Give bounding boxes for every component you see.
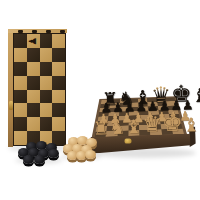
light-checkers-group: [59, 134, 99, 158]
white-bishop: ♝: [182, 115, 200, 135]
folded-board-square: [52, 103, 65, 117]
white-bishop: ♝: [125, 117, 143, 137]
white-knight: ♞: [199, 115, 200, 134]
folded-board-checker-face: ♟: [13, 33, 66, 146]
black-checkers-group: [15, 139, 61, 163]
folded-board-square: [40, 103, 53, 117]
piece-row-rank-1: ♜♞♝♛♚♝♞♜: [93, 111, 189, 137]
folded-board-square: [40, 34, 53, 48]
white-king: ♚: [162, 112, 183, 136]
folded-board-square: [40, 90, 53, 104]
folded-board-square: [27, 76, 40, 90]
folded-board-square: [14, 90, 27, 104]
folded-chess-board: ♟: [8, 29, 67, 148]
brass-latch-icon: [124, 138, 131, 143]
folded-board-square: [40, 48, 53, 62]
folded-board-square: [52, 48, 65, 62]
folded-board-square: [52, 90, 65, 104]
folded-board-square: [14, 48, 27, 62]
folded-board-square: [52, 34, 65, 48]
pawn-emblem-icon: ♟: [28, 36, 38, 45]
folded-board-square: [52, 62, 65, 76]
folded-board-square: [40, 62, 53, 76]
folded-board-square: [14, 34, 27, 48]
folded-board-square: [14, 103, 27, 117]
folded-board-square: [27, 90, 40, 104]
folded-board-square: [40, 76, 53, 90]
folded-board-square: [14, 117, 27, 131]
folded-board-square: [27, 62, 40, 76]
black-checker-disc: [34, 155, 45, 164]
chess-box-group: ♜♞♝♛♚♝♞♜♟♟♟♟♟♟♟♟♟♟♟♟♟♟♟♟♜♞♝♛♚♝♞♜: [86, 76, 200, 160]
white-queen: ♛: [142, 113, 162, 136]
folded-board-square: [27, 117, 40, 131]
light-checker-disc: [85, 150, 96, 159]
folded-board-square: ♟: [27, 34, 40, 48]
product-photo-chess-set: ♟ ♜♞♝♛♚♝♞♜♟♟♟♟♟♟♟♟♟♟♟♟♟♟♟♟♜♞♝♛♚♝♞♜: [0, 0, 200, 200]
folded-board-square: [27, 48, 40, 62]
white-knight: ♞: [109, 119, 126, 138]
black-checker-disc: [23, 155, 34, 164]
brass-clasp-icon: [9, 101, 13, 110]
folded-board-square: [14, 76, 27, 90]
folded-board-square: [40, 117, 53, 131]
folded-board-square: [52, 76, 65, 90]
folded-board-square: [52, 117, 65, 131]
folded-board-square: [27, 103, 40, 117]
folded-board-square: [14, 62, 27, 76]
black-checker-disc: [48, 149, 59, 158]
